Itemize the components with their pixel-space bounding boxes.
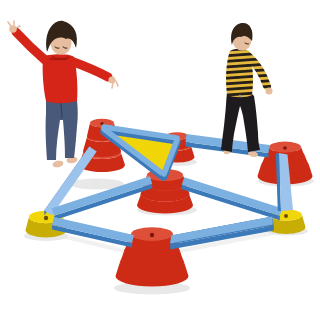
dome-g-hole	[44, 216, 48, 220]
right-child-hand	[266, 88, 273, 95]
balance-course-scene	[0, 0, 320, 320]
dome-d-hole	[150, 233, 154, 237]
dome-h-hole	[284, 214, 288, 218]
left-child-hand-extended	[109, 77, 116, 84]
photo-canvas	[0, 0, 320, 320]
right-child-pants-button	[239, 95, 241, 97]
dome-e-hole	[283, 146, 287, 150]
